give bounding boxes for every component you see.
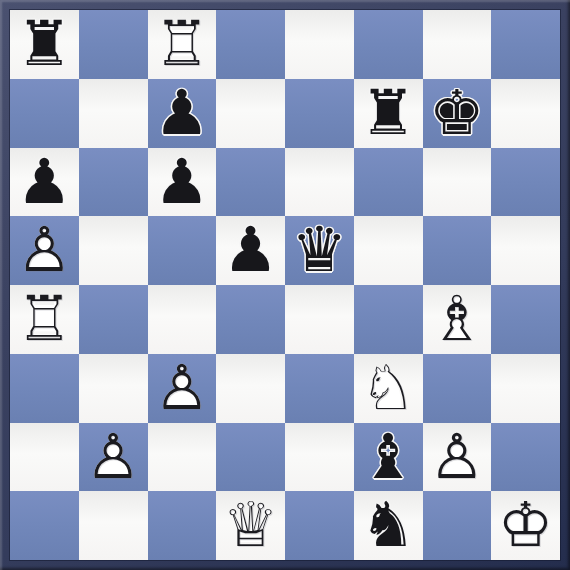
square-f5[interactable]	[354, 216, 423, 285]
square-a7[interactable]	[10, 79, 79, 148]
square-g3[interactable]	[423, 354, 492, 423]
square-d1[interactable]: ♛♕	[216, 491, 285, 560]
square-c8[interactable]: ♜♖	[148, 10, 217, 79]
square-a6[interactable]: ♟	[10, 148, 79, 217]
black-king-piece[interactable]: ♚	[423, 79, 492, 148]
square-g1[interactable]	[423, 491, 492, 560]
square-c4[interactable]	[148, 285, 217, 354]
square-b2[interactable]: ♟♙	[79, 423, 148, 492]
square-f7[interactable]: ♜	[354, 79, 423, 148]
square-h4[interactable]	[491, 285, 560, 354]
square-h5[interactable]	[491, 216, 560, 285]
square-a5[interactable]: ♟♙	[10, 216, 79, 285]
black-rook-piece[interactable]: ♜	[354, 79, 423, 148]
square-h8[interactable]	[491, 10, 560, 79]
square-c2[interactable]	[148, 423, 217, 492]
black-queen-piece[interactable]: ♛	[285, 216, 354, 285]
white-knight-piece[interactable]: ♞♘	[354, 354, 423, 423]
square-f8[interactable]	[354, 10, 423, 79]
square-b5[interactable]	[79, 216, 148, 285]
white-pawn-piece[interactable]: ♟♙	[10, 216, 79, 285]
square-e6[interactable]	[285, 148, 354, 217]
square-b4[interactable]	[79, 285, 148, 354]
square-h2[interactable]	[491, 423, 560, 492]
square-b6[interactable]	[79, 148, 148, 217]
square-f4[interactable]	[354, 285, 423, 354]
white-bishop-piece[interactable]: ♝♗	[423, 285, 492, 354]
white-king-piece[interactable]: ♚♔	[491, 491, 560, 560]
black-bishop-piece[interactable]: ♝	[354, 423, 423, 492]
chess-board: ♜♜♖♟♜♚♟♟♟♙♟♛♜♖♝♗♟♙♞♘♟♙♝♟♙♛♕♞♚♔	[10, 10, 560, 560]
white-rook-piece[interactable]: ♜♖	[10, 285, 79, 354]
black-pawn-piece[interactable]: ♟	[148, 148, 217, 217]
square-d3[interactable]	[216, 354, 285, 423]
square-e8[interactable]	[285, 10, 354, 79]
square-d7[interactable]	[216, 79, 285, 148]
square-h7[interactable]	[491, 79, 560, 148]
board-frame: ♜♜♖♟♜♚♟♟♟♙♟♛♜♖♝♗♟♙♞♘♟♙♝♟♙♛♕♞♚♔	[0, 0, 570, 570]
square-b7[interactable]	[79, 79, 148, 148]
square-b1[interactable]	[79, 491, 148, 560]
square-e4[interactable]	[285, 285, 354, 354]
square-c6[interactable]: ♟	[148, 148, 217, 217]
square-h1[interactable]: ♚♔	[491, 491, 560, 560]
square-a3[interactable]	[10, 354, 79, 423]
square-h3[interactable]	[491, 354, 560, 423]
black-knight-piece[interactable]: ♞	[354, 491, 423, 560]
white-pawn-piece[interactable]: ♟♙	[79, 423, 148, 492]
square-f6[interactable]	[354, 148, 423, 217]
square-d4[interactable]	[216, 285, 285, 354]
square-b8[interactable]	[79, 10, 148, 79]
square-f1[interactable]: ♞	[354, 491, 423, 560]
square-d8[interactable]	[216, 10, 285, 79]
square-g4[interactable]: ♝♗	[423, 285, 492, 354]
black-pawn-piece[interactable]: ♟	[10, 148, 79, 217]
square-c5[interactable]	[148, 216, 217, 285]
white-pawn-piece[interactable]: ♟♙	[148, 354, 217, 423]
square-e5[interactable]: ♛	[285, 216, 354, 285]
square-a4[interactable]: ♜♖	[10, 285, 79, 354]
square-f3[interactable]: ♞♘	[354, 354, 423, 423]
square-h6[interactable]	[491, 148, 560, 217]
square-g2[interactable]: ♟♙	[423, 423, 492, 492]
square-a1[interactable]	[10, 491, 79, 560]
square-b3[interactable]	[79, 354, 148, 423]
square-c3[interactable]: ♟♙	[148, 354, 217, 423]
black-pawn-piece[interactable]: ♟	[148, 79, 217, 148]
square-e3[interactable]	[285, 354, 354, 423]
square-f2[interactable]: ♝	[354, 423, 423, 492]
square-c1[interactable]	[148, 491, 217, 560]
square-g7[interactable]: ♚	[423, 79, 492, 148]
square-g8[interactable]	[423, 10, 492, 79]
square-c7[interactable]: ♟	[148, 79, 217, 148]
black-pawn-piece[interactable]: ♟	[216, 216, 285, 285]
white-pawn-piece[interactable]: ♟♙	[423, 423, 492, 492]
square-d2[interactable]	[216, 423, 285, 492]
square-e7[interactable]	[285, 79, 354, 148]
square-g6[interactable]	[423, 148, 492, 217]
white-rook-piece[interactable]: ♜♖	[148, 10, 217, 79]
square-g5[interactable]	[423, 216, 492, 285]
square-d5[interactable]: ♟	[216, 216, 285, 285]
white-queen-piece[interactable]: ♛♕	[216, 491, 285, 560]
square-e1[interactable]	[285, 491, 354, 560]
black-rook-piece[interactable]: ♜	[10, 10, 79, 79]
square-a8[interactable]: ♜	[10, 10, 79, 79]
square-a2[interactable]	[10, 423, 79, 492]
square-d6[interactable]	[216, 148, 285, 217]
square-e2[interactable]	[285, 423, 354, 492]
